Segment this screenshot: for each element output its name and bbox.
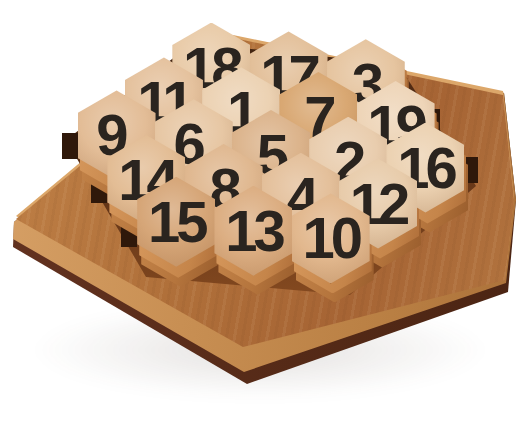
well-slot xyxy=(62,133,78,159)
tile-number: 13 xyxy=(225,202,282,260)
tile-number: 10 xyxy=(302,209,359,267)
product-photo-magic-hexagon: 181731117199,6,5216148412151310 xyxy=(0,0,520,431)
tile-number: 15 xyxy=(148,193,205,251)
